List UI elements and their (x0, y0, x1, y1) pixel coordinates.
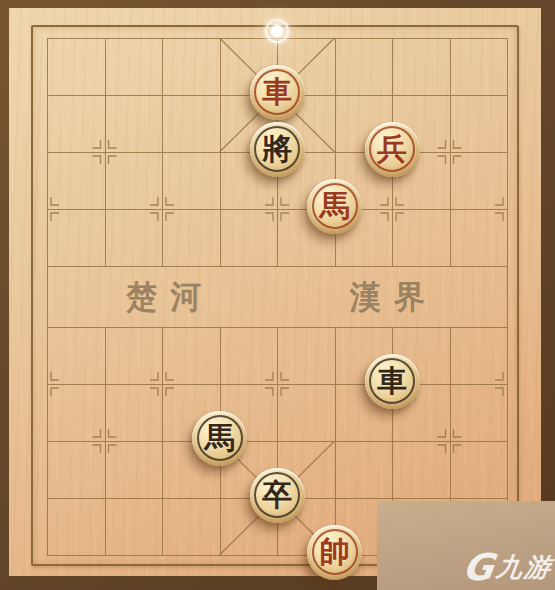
game-screen: 楚河 漢界 車將兵馬車馬卒帥 G 九游 (0, 0, 555, 590)
piece-character: 馬 (192, 411, 247, 466)
watermark-logo: G 九游 (460, 549, 555, 586)
piece-character: 卒 (250, 468, 305, 523)
xiangqi-board[interactable]: 楚河 漢界 車將兵馬車馬卒帥 (47, 38, 507, 555)
move-origin-indicator (271, 25, 283, 37)
watermark-text: 九游 (494, 550, 555, 585)
jiuyou-logo-icon: G (460, 549, 496, 586)
piece-character: 馬 (307, 179, 362, 234)
censor-overlay: G 九游 (377, 501, 555, 590)
piece-black-soldier[interactable]: 卒 (250, 468, 305, 523)
piece-red-general[interactable]: 帥 (307, 525, 362, 580)
piece-character: 車 (365, 354, 420, 409)
pieces-layer: 車將兵馬車馬卒帥 (47, 38, 507, 555)
piece-red-horse[interactable]: 馬 (307, 179, 362, 234)
piece-character: 車 (250, 65, 305, 120)
piece-black-chariot[interactable]: 車 (365, 354, 420, 409)
piece-red-soldier[interactable]: 兵 (365, 122, 420, 177)
piece-character: 將 (250, 122, 305, 177)
piece-character: 兵 (365, 122, 420, 177)
piece-red-chariot[interactable]: 車 (250, 65, 305, 120)
piece-black-general[interactable]: 將 (250, 122, 305, 177)
piece-character: 帥 (307, 525, 362, 580)
piece-black-horse[interactable]: 馬 (192, 411, 247, 466)
